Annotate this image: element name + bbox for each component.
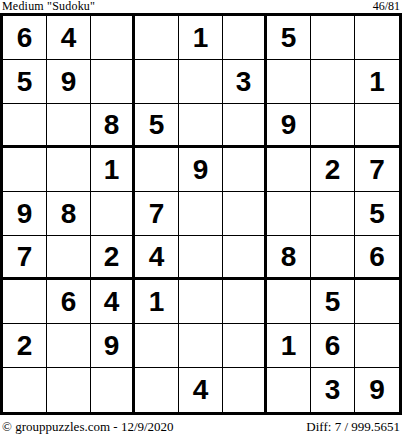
cell-r7c5[interactable] xyxy=(179,280,223,324)
cell-r1c7: 5 xyxy=(267,16,311,60)
cell-r2c9: 1 xyxy=(355,60,399,104)
cell-r2c1: 5 xyxy=(3,60,47,104)
cell-r4c6[interactable] xyxy=(223,148,267,192)
cell-r2c8[interactable] xyxy=(311,60,355,104)
cell-r5c3[interactable] xyxy=(91,192,135,236)
cell-r3c5[interactable] xyxy=(179,104,223,148)
cell-r1c4[interactable] xyxy=(135,16,179,60)
cell-r8c3: 9 xyxy=(91,324,135,368)
cell-r6c1: 7 xyxy=(3,236,47,280)
cell-r4c7[interactable] xyxy=(267,148,311,192)
footer: © grouppuzzles.com - 12/9/2020 Diff: 7 /… xyxy=(2,418,400,436)
cell-r3c4: 5 xyxy=(135,104,179,148)
cell-r3c8[interactable] xyxy=(311,104,355,148)
cell-r8c6[interactable] xyxy=(223,324,267,368)
cell-r6c3: 2 xyxy=(91,236,135,280)
cell-r9c3[interactable] xyxy=(91,368,135,412)
cell-r4c9: 7 xyxy=(355,148,399,192)
cell-r3c2[interactable] xyxy=(47,104,91,148)
cell-r1c3[interactable] xyxy=(91,16,135,60)
cell-r4c8: 2 xyxy=(311,148,355,192)
cell-r6c6[interactable] xyxy=(223,236,267,280)
cell-r9c4[interactable] xyxy=(135,368,179,412)
cell-r6c5[interactable] xyxy=(179,236,223,280)
cell-r8c7: 1 xyxy=(267,324,311,368)
cell-r7c1[interactable] xyxy=(3,280,47,324)
cell-r5c5[interactable] xyxy=(179,192,223,236)
cell-r1c8[interactable] xyxy=(311,16,355,60)
cell-r3c1[interactable] xyxy=(3,104,47,148)
cell-r9c1[interactable] xyxy=(3,368,47,412)
cell-r1c1: 6 xyxy=(3,16,47,60)
cell-r9c7[interactable] xyxy=(267,368,311,412)
cell-r2c2: 9 xyxy=(47,60,91,104)
cell-r9c2[interactable] xyxy=(47,368,91,412)
empty-cell-counter: 46/81 xyxy=(373,0,400,13)
cell-r4c4[interactable] xyxy=(135,148,179,192)
cell-r9c8: 3 xyxy=(311,368,355,412)
cell-r1c6[interactable] xyxy=(223,16,267,60)
cell-r9c6[interactable] xyxy=(223,368,267,412)
difficulty-rating: Diff: 7 / 999.5651 xyxy=(306,419,400,435)
cell-r9c9: 9 xyxy=(355,368,399,412)
cell-r2c7[interactable] xyxy=(267,60,311,104)
cell-r7c4: 1 xyxy=(135,280,179,324)
cell-r5c4: 7 xyxy=(135,192,179,236)
cell-r8c5[interactable] xyxy=(179,324,223,368)
cell-r5c2: 8 xyxy=(47,192,91,236)
cell-r4c2[interactable] xyxy=(47,148,91,192)
cell-r3c9[interactable] xyxy=(355,104,399,148)
cell-r3c6[interactable] xyxy=(223,104,267,148)
cell-r7c9[interactable] xyxy=(355,280,399,324)
cell-r1c5: 1 xyxy=(179,16,223,60)
cell-r3c7: 9 xyxy=(267,104,311,148)
cell-r7c8: 5 xyxy=(311,280,355,324)
cell-r6c7: 8 xyxy=(267,236,311,280)
cell-r7c3: 4 xyxy=(91,280,135,324)
cell-r6c9: 6 xyxy=(355,236,399,280)
cell-r7c6[interactable] xyxy=(223,280,267,324)
cell-r5c7[interactable] xyxy=(267,192,311,236)
cell-r4c1[interactable] xyxy=(3,148,47,192)
cell-r7c7[interactable] xyxy=(267,280,311,324)
cell-r5c1: 9 xyxy=(3,192,47,236)
cell-r8c1: 2 xyxy=(3,324,47,368)
sudoku-page: Medium "Sudoku" 46/81 641559318591927987… xyxy=(0,0,402,437)
cell-r5c6[interactable] xyxy=(223,192,267,236)
cell-r4c3: 1 xyxy=(91,148,135,192)
cell-r8c2[interactable] xyxy=(47,324,91,368)
cell-r6c4: 4 xyxy=(135,236,179,280)
cell-r3c3: 8 xyxy=(91,104,135,148)
copyright-text: © grouppuzzles.com - 12/9/2020 xyxy=(2,419,174,435)
cell-r6c8[interactable] xyxy=(311,236,355,280)
cell-r2c5[interactable] xyxy=(179,60,223,104)
header: Medium "Sudoku" 46/81 xyxy=(2,0,400,13)
cell-r2c3[interactable] xyxy=(91,60,135,104)
cell-r6c2[interactable] xyxy=(47,236,91,280)
cell-r5c9: 5 xyxy=(355,192,399,236)
cell-r4c5: 9 xyxy=(179,148,223,192)
cell-r8c9[interactable] xyxy=(355,324,399,368)
cell-r8c8: 6 xyxy=(311,324,355,368)
cell-r8c4[interactable] xyxy=(135,324,179,368)
cell-r9c5: 4 xyxy=(179,368,223,412)
cell-r1c2: 4 xyxy=(47,16,91,60)
cell-r2c6: 3 xyxy=(223,60,267,104)
cell-r7c2: 6 xyxy=(47,280,91,324)
cell-r5c8[interactable] xyxy=(311,192,355,236)
cell-r2c4[interactable] xyxy=(135,60,179,104)
sudoku-board: 64155931859192798757248664152916439 xyxy=(0,13,402,415)
cell-r1c9[interactable] xyxy=(355,16,399,60)
puzzle-title: Medium "Sudoku" xyxy=(2,0,95,13)
